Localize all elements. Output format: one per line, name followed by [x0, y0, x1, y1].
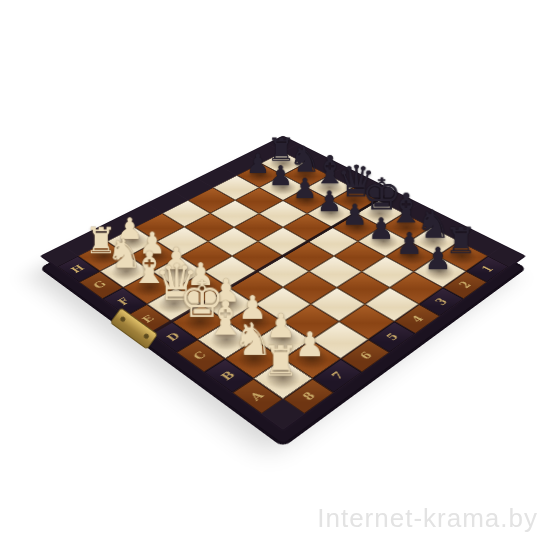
file-label-h: H: [70, 264, 88, 275]
product-photo: ♜♞♝♛♚♝♞♜1♟♟♟♟♟♟♟♟23456♟♟♟♟♟♟♟♟7♜♞♝♛♚♝♞♜8…: [0, 0, 540, 540]
file-label-d: D: [165, 331, 184, 343]
chess-board: ♜♞♝♛♚♝♞♜1♟♟♟♟♟♟♟♟23456♟♟♟♟♟♟♟♟7♜♞♝♛♚♝♞♜8…: [40, 136, 526, 432]
file-label-a: A: [248, 389, 267, 403]
file-label-f: F: [116, 296, 132, 307]
white-rook-a8: ♜: [261, 341, 301, 379]
rank-label-7: 7: [328, 369, 346, 381]
rank-label-2: 2: [457, 280, 474, 290]
file-label-b: B: [219, 369, 239, 382]
rank-label-1: 1: [479, 264, 496, 274]
rank-label-6: 6: [356, 350, 374, 362]
rank-label-8: 8: [299, 389, 318, 402]
file-label-c: C: [191, 349, 210, 362]
rank-label-3: 3: [433, 296, 450, 306]
file-label-g: G: [92, 279, 109, 290]
black-pawn-a2: ♟: [421, 244, 456, 272]
watermark: Internet-krama.by: [317, 503, 538, 534]
rank-label-5: 5: [383, 331, 401, 342]
rank-label-4: 4: [409, 313, 427, 324]
